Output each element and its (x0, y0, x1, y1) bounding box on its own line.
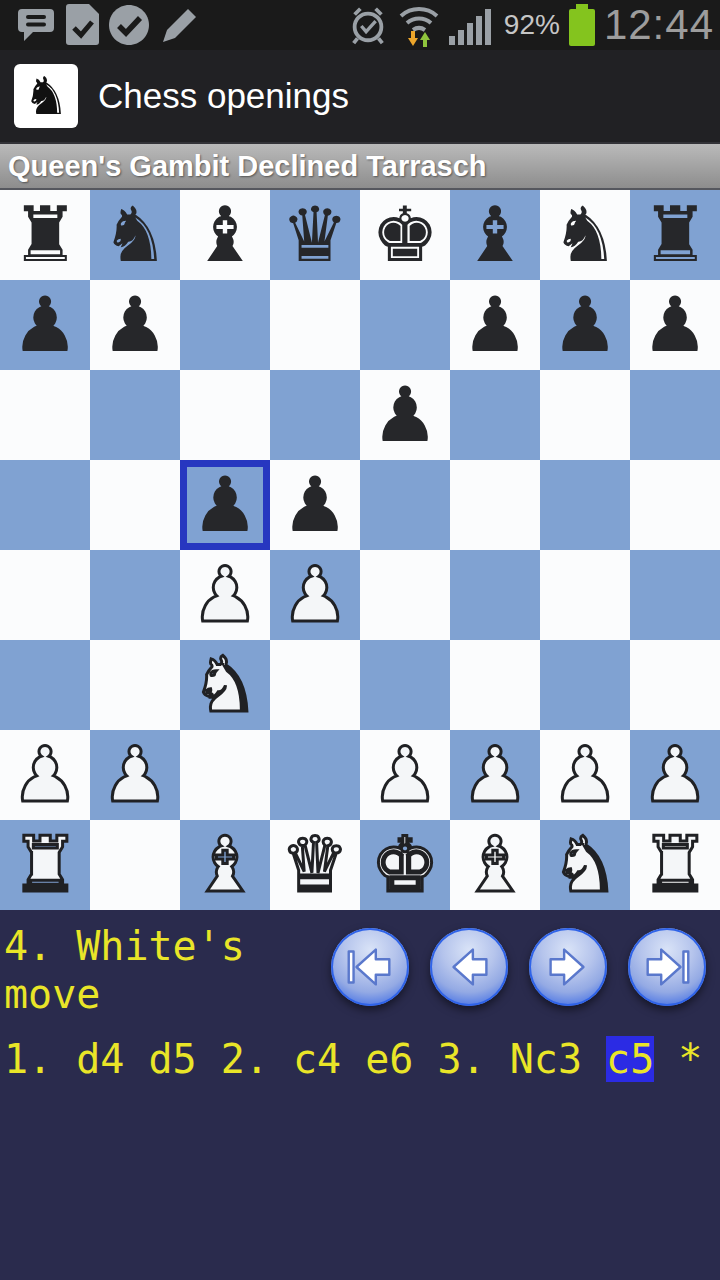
chat-icon (16, 5, 56, 45)
square-d4[interactable]: ♟ (270, 550, 360, 640)
black-pawn: ♟ (461, 287, 529, 363)
square-g8[interactable]: ♞ (540, 190, 630, 280)
square-e1[interactable]: ♚ (360, 820, 450, 910)
clock-time: 12:44 (604, 1, 714, 49)
next-move-button[interactable] (529, 928, 607, 1006)
notification-icons (4, 4, 199, 46)
square-f7[interactable]: ♟ (450, 280, 540, 370)
square-b8[interactable]: ♞ (90, 190, 180, 280)
white-pawn: ♟ (191, 557, 259, 633)
square-h1[interactable]: ♜ (630, 820, 720, 910)
square-d6[interactable] (270, 370, 360, 460)
alarm-icon (347, 4, 389, 46)
square-e2[interactable]: ♟ (360, 730, 450, 820)
white-pawn: ♟ (101, 737, 169, 813)
white-pawn: ♟ (11, 737, 79, 813)
square-a6[interactable] (0, 370, 90, 460)
wifi-sync-icon (396, 2, 442, 48)
navigation-buttons (331, 922, 720, 1006)
square-a8[interactable]: ♜ (0, 190, 90, 280)
square-g2[interactable]: ♟ (540, 730, 630, 820)
white-bishop: ♝ (191, 827, 259, 903)
screen: 92% 12:44 ♞ Chess openings Queen's Gambi… (0, 0, 720, 1280)
opening-name: Queen's Gambit Declined Tarrasch (8, 150, 487, 183)
black-rook: ♜ (11, 197, 79, 273)
square-e7[interactable] (360, 280, 450, 370)
square-h7[interactable]: ♟ (630, 280, 720, 370)
app-bar: ♞ Chess openings (0, 50, 720, 144)
square-h6[interactable] (630, 370, 720, 460)
white-knight: ♞ (191, 647, 259, 723)
square-d5[interactable]: ♟ (270, 460, 360, 550)
square-d8[interactable]: ♛ (270, 190, 360, 280)
square-e8[interactable]: ♚ (360, 190, 450, 280)
white-queen: ♛ (281, 827, 349, 903)
square-d1[interactable]: ♛ (270, 820, 360, 910)
square-c7[interactable] (180, 280, 270, 370)
white-rook: ♜ (641, 827, 709, 903)
square-f4[interactable] (450, 550, 540, 640)
black-pawn: ♟ (11, 287, 79, 363)
square-b1[interactable] (90, 820, 180, 910)
square-c6[interactable] (180, 370, 270, 460)
white-pawn: ♟ (371, 737, 439, 813)
square-g6[interactable] (540, 370, 630, 460)
chess-board[interactable]: ♜♞♝♛♚♝♞♜♟♟♟♟♟♟♟♟♟♟♞♟♟♟♟♟♟♜♝♛♚♝♞♜ (0, 190, 720, 910)
opening-bar: Queen's Gambit Declined Tarrasch (0, 144, 720, 190)
square-d7[interactable] (270, 280, 360, 370)
white-knight: ♞ (551, 827, 619, 903)
square-h3[interactable] (630, 640, 720, 730)
square-c2[interactable] (180, 730, 270, 820)
black-bishop: ♝ (191, 197, 259, 273)
square-e6[interactable]: ♟ (360, 370, 450, 460)
square-g5[interactable] (540, 460, 630, 550)
selected-move[interactable]: c5 (606, 1036, 654, 1082)
square-d3[interactable] (270, 640, 360, 730)
moves-after: * (654, 1036, 702, 1082)
square-f8[interactable]: ♝ (450, 190, 540, 280)
square-f5[interactable] (450, 460, 540, 550)
square-e5[interactable] (360, 460, 450, 550)
square-e3[interactable] (360, 640, 450, 730)
square-g3[interactable] (540, 640, 630, 730)
black-bishop: ♝ (461, 197, 529, 273)
battery-icon (567, 4, 597, 46)
black-queen: ♛ (281, 197, 349, 273)
square-h2[interactable]: ♟ (630, 730, 720, 820)
previous-move-button[interactable] (430, 928, 508, 1006)
moves-before: 1. d4 d5 2. c4 e6 3. Nc3 (4, 1036, 606, 1082)
white-pawn: ♟ (461, 737, 529, 813)
square-d2[interactable] (270, 730, 360, 820)
move-list[interactable]: 1. d4 d5 2. c4 e6 3. Nc3 c5 * (4, 1034, 720, 1084)
black-king: ♚ (371, 197, 439, 273)
black-knight: ♞ (551, 197, 619, 273)
square-f2[interactable]: ♟ (450, 730, 540, 820)
white-pawn: ♟ (551, 737, 619, 813)
square-e4[interactable] (360, 550, 450, 640)
white-rook: ♜ (11, 827, 79, 903)
square-c8[interactable]: ♝ (180, 190, 270, 280)
move-panel: 4. White's move 1. d4 d5 2. c4 e6 3. Nc3… (0, 910, 720, 1280)
square-f3[interactable] (450, 640, 540, 730)
square-a3[interactable] (0, 640, 90, 730)
white-pawn: ♟ (281, 557, 349, 633)
black-knight: ♞ (101, 197, 169, 273)
square-a1[interactable]: ♜ (0, 820, 90, 910)
square-g4[interactable] (540, 550, 630, 640)
square-a2[interactable]: ♟ (0, 730, 90, 820)
square-a4[interactable] (0, 550, 90, 640)
square-b4[interactable] (90, 550, 180, 640)
move-status-text: 4. White's move (4, 922, 314, 1018)
circle-check-icon (108, 4, 150, 46)
knight-app-icon: ♞ (14, 64, 78, 128)
battery-percent: 92% (504, 9, 560, 41)
black-pawn: ♟ (191, 467, 259, 543)
square-g7[interactable]: ♟ (540, 280, 630, 370)
black-pawn: ♟ (551, 287, 619, 363)
square-h8[interactable]: ♜ (630, 190, 720, 280)
square-h5[interactable] (630, 460, 720, 550)
white-king: ♚ (371, 827, 439, 903)
square-h4[interactable] (630, 550, 720, 640)
status-bar: 92% 12:44 (0, 0, 720, 50)
note-check-icon (65, 4, 99, 46)
square-b2[interactable]: ♟ (90, 730, 180, 820)
black-pawn: ♟ (281, 467, 349, 543)
square-b3[interactable] (90, 640, 180, 730)
black-pawn: ♟ (371, 377, 439, 453)
square-f6[interactable] (450, 370, 540, 460)
square-c3[interactable]: ♞ (180, 640, 270, 730)
white-bishop: ♝ (461, 827, 529, 903)
square-b6[interactable] (90, 370, 180, 460)
square-c5[interactable]: ♟ (180, 460, 270, 550)
square-a7[interactable]: ♟ (0, 280, 90, 370)
square-f1[interactable]: ♝ (450, 820, 540, 910)
square-c4[interactable]: ♟ (180, 550, 270, 640)
first-move-button[interactable] (331, 928, 409, 1006)
last-move-button[interactable] (628, 928, 706, 1006)
black-rook: ♜ (641, 197, 709, 273)
black-pawn: ♟ (641, 287, 709, 363)
square-b7[interactable]: ♟ (90, 280, 180, 370)
pencil-icon (159, 5, 199, 45)
square-g1[interactable]: ♞ (540, 820, 630, 910)
black-pawn: ♟ (101, 287, 169, 363)
signal-strength-icon (449, 5, 497, 45)
app-title: Chess openings (98, 76, 349, 116)
square-a5[interactable] (0, 460, 90, 550)
white-pawn: ♟ (641, 737, 709, 813)
square-b5[interactable] (90, 460, 180, 550)
square-c1[interactable]: ♝ (180, 820, 270, 910)
system-icons: 92% 12:44 (347, 1, 716, 49)
